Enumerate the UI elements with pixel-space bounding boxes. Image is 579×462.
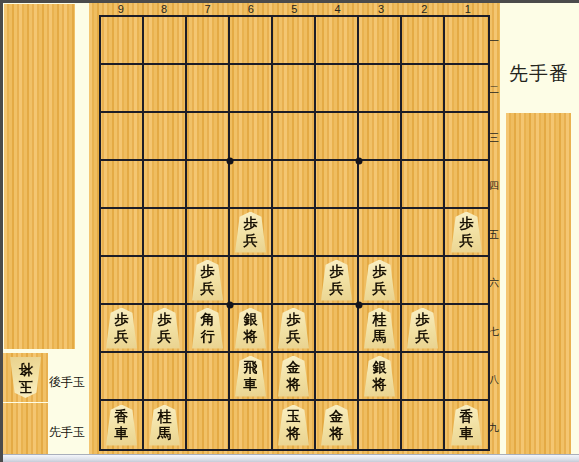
gote-captured-pieces-tray[interactable] <box>4 4 75 349</box>
board-cell-8二[interactable] <box>144 65 187 113</box>
board-cell-6九[interactable] <box>230 401 273 449</box>
board-cell-5一[interactable] <box>273 17 316 65</box>
pawn-2g[interactable]: 歩兵 <box>406 308 439 349</box>
piece-kanji: 玉 <box>19 378 33 395</box>
board-cell-6四[interactable] <box>230 161 273 209</box>
piece-kanji: 歩 <box>416 311 430 328</box>
board-cell-3四[interactable] <box>359 161 402 209</box>
board-cell-9八[interactable] <box>101 353 144 401</box>
board-cell-5六[interactable] <box>273 257 316 305</box>
piece-kanji: 歩 <box>330 263 344 280</box>
board-cell-7六[interactable]: 歩兵 <box>187 257 230 305</box>
pawn-8g[interactable]: 歩兵 <box>148 308 181 349</box>
board-cell-9二[interactable] <box>101 65 144 113</box>
piece-kanji: 兵 <box>115 328 129 345</box>
piece-kanji: 兵 <box>201 280 215 297</box>
board-cell-4八[interactable] <box>316 353 359 401</box>
king-5i[interactable]: 玉将 <box>277 405 310 446</box>
board-cell-7四[interactable] <box>187 161 230 209</box>
board-cell-6七[interactable]: 銀将 <box>230 305 273 353</box>
gold-4i[interactable]: 金将 <box>320 405 353 446</box>
piece-kanji: 兵 <box>416 328 430 345</box>
board-cell-2一[interactable] <box>402 17 445 65</box>
board-cell-5二[interactable] <box>273 65 316 113</box>
pawn-1e[interactable]: 歩兵 <box>450 212 483 253</box>
board-cell-2九[interactable] <box>402 401 445 449</box>
board-cell-4九[interactable]: 金将 <box>316 401 359 449</box>
board-cell-7一[interactable] <box>187 17 230 65</box>
gote-king-box[interactable]: 玉将 <box>3 353 48 402</box>
board-cell-4七[interactable] <box>316 305 359 353</box>
board-cell-9九[interactable]: 香車 <box>101 401 144 449</box>
piece-kanji: 香 <box>460 408 474 425</box>
board-cell-7二[interactable] <box>187 65 230 113</box>
star-point-bottom-right <box>356 302 363 309</box>
piece-kanji: 将 <box>19 361 33 378</box>
silver-6g[interactable]: 銀将 <box>234 308 267 349</box>
piece-kanji: 将 <box>287 376 301 393</box>
board-cell-4三[interactable] <box>316 113 359 161</box>
board-with-margins: 987654321 一二三四五六七八九 歩兵歩兵歩兵歩兵歩兵歩兵歩兵角行銀将歩兵… <box>89 3 500 456</box>
board-cell-3六[interactable]: 歩兵 <box>359 257 402 305</box>
star-point-bottom-left <box>227 302 234 309</box>
board-cell-3三[interactable] <box>359 113 402 161</box>
piece-kanji: 玉 <box>287 408 301 425</box>
board-cell-3七[interactable]: 桂馬 <box>359 305 402 353</box>
gote-king-label: 後手玉 <box>49 374 89 391</box>
board-cell-2三[interactable] <box>402 113 445 161</box>
shogi-board: 歩兵歩兵歩兵歩兵歩兵歩兵歩兵角行銀将歩兵桂馬歩兵飛車金将銀将香車桂馬玉将金将香車 <box>99 15 490 451</box>
knight-8i[interactable]: 桂馬 <box>148 405 181 446</box>
board-cell-2五[interactable] <box>402 209 445 257</box>
board-cell-8四[interactable] <box>144 161 187 209</box>
piece-kanji: 歩 <box>115 311 129 328</box>
lance-9i[interactable]: 香車 <box>105 405 138 446</box>
board-cell-1三[interactable] <box>445 113 488 161</box>
piece-kanji: 車 <box>115 425 129 442</box>
piece-kanji: 飛 <box>244 359 258 376</box>
board-cell-9三[interactable] <box>101 113 144 161</box>
board-cell-3一[interactable] <box>359 17 402 65</box>
board-cell-9四[interactable] <box>101 161 144 209</box>
piece-kanji: 銀 <box>244 311 258 328</box>
board-cell-6六[interactable] <box>230 257 273 305</box>
pawn-6e[interactable]: 歩兵 <box>234 212 267 253</box>
board-cell-6一[interactable] <box>230 17 273 65</box>
piece-kanji: 将 <box>330 425 344 442</box>
pawn-4f[interactable]: 歩兵 <box>320 260 353 301</box>
board-cell-5四[interactable] <box>273 161 316 209</box>
piece-kanji: 桂 <box>373 311 387 328</box>
board-cell-1八[interactable] <box>445 353 488 401</box>
board-cell-7五[interactable] <box>187 209 230 257</box>
lance-1i[interactable]: 香車 <box>450 405 483 446</box>
board-cell-1二[interactable] <box>445 65 488 113</box>
piece-kanji: 馬 <box>158 425 172 442</box>
board-cell-8九[interactable]: 桂馬 <box>144 401 187 449</box>
piece-kanji: 歩 <box>287 311 301 328</box>
piece-kanji: 馬 <box>373 328 387 345</box>
board-cell-3五[interactable] <box>359 209 402 257</box>
piece-kanji: 将 <box>373 376 387 393</box>
piece-kanji: 香 <box>115 408 129 425</box>
board-cell-8六[interactable] <box>144 257 187 305</box>
board-cell-2二[interactable] <box>402 65 445 113</box>
window-bottom-edge <box>3 454 579 462</box>
piece-kanji: 金 <box>330 408 344 425</box>
piece-kanji: 兵 <box>158 328 172 345</box>
board-cell-4一[interactable] <box>316 17 359 65</box>
board-cell-2八[interactable] <box>402 353 445 401</box>
piece-kanji: 角 <box>201 311 215 328</box>
board-cell-7九[interactable] <box>187 401 230 449</box>
board-cell-1六[interactable] <box>445 257 488 305</box>
silver-3h[interactable]: 銀将 <box>363 356 396 397</box>
board-cell-4五[interactable] <box>316 209 359 257</box>
piece-kanji: 兵 <box>373 280 387 297</box>
board-cell-3八[interactable]: 銀将 <box>359 353 402 401</box>
board-cell-2七[interactable]: 歩兵 <box>402 305 445 353</box>
board-cell-8五[interactable] <box>144 209 187 257</box>
board-cell-5八[interactable]: 金将 <box>273 353 316 401</box>
piece-kanji: 金 <box>287 359 301 376</box>
board-cell-9一[interactable] <box>101 17 144 65</box>
board-cell-6三[interactable] <box>230 113 273 161</box>
sente-captured-pieces-tray[interactable] <box>506 113 571 458</box>
board-cell-9五[interactable] <box>101 209 144 257</box>
sente-king-box[interactable] <box>3 403 48 454</box>
board-cell-5三[interactable] <box>273 113 316 161</box>
board-cell-5七[interactable]: 歩兵 <box>273 305 316 353</box>
piece-kanji: 歩 <box>460 215 474 232</box>
board-cell-6五[interactable]: 歩兵 <box>230 209 273 257</box>
board-cell-4六[interactable]: 歩兵 <box>316 257 359 305</box>
pawn-7f[interactable]: 歩兵 <box>191 260 224 301</box>
board-cell-1五[interactable]: 歩兵 <box>445 209 488 257</box>
board-cell-6八[interactable]: 飛車 <box>230 353 273 401</box>
gold-5h[interactable]: 金将 <box>277 356 310 397</box>
bishop-7g[interactable]: 角行 <box>191 308 224 349</box>
rook-6h[interactable]: 飛車 <box>234 356 267 397</box>
board-cell-2四[interactable] <box>402 161 445 209</box>
board-cell-1四[interactable] <box>445 161 488 209</box>
board-cell-1九[interactable]: 香車 <box>445 401 488 449</box>
piece-kanji: 銀 <box>373 359 387 376</box>
star-point-top-left <box>227 158 234 165</box>
pawn-5g[interactable]: 歩兵 <box>277 308 310 349</box>
piece-kanji: 兵 <box>287 328 301 345</box>
sente-king-label: 先手玉 <box>49 424 89 441</box>
piece-kanji: 歩 <box>158 311 172 328</box>
turn-indicator: 先手番 <box>509 61 579 87</box>
board-cell-3二[interactable] <box>359 65 402 113</box>
board-cell-7七[interactable]: 角行 <box>187 305 230 353</box>
board-cell-1七[interactable] <box>445 305 488 353</box>
board-cell-1一[interactable] <box>445 17 488 65</box>
board-cell-4二[interactable] <box>316 65 359 113</box>
shogi-app-window: 玉将 後手玉 先手玉 987654321 一二三四五六七八九 歩兵歩兵歩兵歩兵歩… <box>0 0 579 462</box>
piece-kanji: 行 <box>201 328 215 345</box>
board-cell-3九[interactable] <box>359 401 402 449</box>
gote-king-piece[interactable]: 玉将 <box>9 357 42 398</box>
piece-kanji: 兵 <box>244 232 258 249</box>
piece-kanji: 車 <box>244 376 258 393</box>
board-cell-8三[interactable] <box>144 113 187 161</box>
board-cell-2六[interactable] <box>402 257 445 305</box>
board-cell-7八[interactable] <box>187 353 230 401</box>
board-cell-9七[interactable]: 歩兵 <box>101 305 144 353</box>
board-cell-7三[interactable] <box>187 113 230 161</box>
piece-kanji: 桂 <box>158 408 172 425</box>
knight-3g[interactable]: 桂馬 <box>363 308 396 349</box>
pawn-9g[interactable]: 歩兵 <box>105 308 138 349</box>
piece-kanji: 歩 <box>244 215 258 232</box>
board-cell-6二[interactable] <box>230 65 273 113</box>
board-cell-4四[interactable] <box>316 161 359 209</box>
board-cell-9六[interactable] <box>101 257 144 305</box>
piece-kanji: 車 <box>460 425 474 442</box>
board-cell-8七[interactable]: 歩兵 <box>144 305 187 353</box>
board-cell-8一[interactable] <box>144 17 187 65</box>
piece-kanji: 歩 <box>373 263 387 280</box>
board-cell-8八[interactable] <box>144 353 187 401</box>
piece-kanji: 歩 <box>201 263 215 280</box>
star-point-top-right <box>356 158 363 165</box>
piece-kanji: 兵 <box>460 232 474 249</box>
pawn-3f[interactable]: 歩兵 <box>363 260 396 301</box>
board-cell-5五[interactable] <box>273 209 316 257</box>
piece-kanji: 兵 <box>330 280 344 297</box>
piece-kanji: 将 <box>244 328 258 345</box>
board-cell-5九[interactable]: 玉将 <box>273 401 316 449</box>
piece-kanji: 将 <box>287 425 301 442</box>
